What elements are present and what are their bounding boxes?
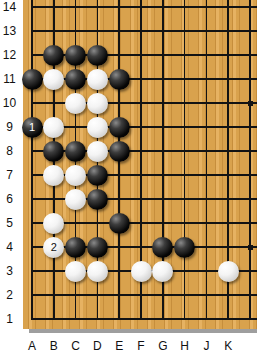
intersection-D8[interactable] <box>86 139 108 163</box>
intersection-E9[interactable] <box>108 115 130 139</box>
intersection-C14[interactable] <box>65 0 87 19</box>
intersection-F8[interactable] <box>130 139 152 163</box>
intersection-J6[interactable] <box>195 187 217 211</box>
intersection-L2[interactable] <box>239 283 257 307</box>
intersection-H6[interactable] <box>174 187 196 211</box>
intersection-F1[interactable] <box>130 307 152 331</box>
intersection-F12[interactable] <box>130 43 152 67</box>
intersection-B3[interactable] <box>43 259 65 283</box>
intersection-G6[interactable] <box>152 187 174 211</box>
intersection-C11[interactable] <box>65 67 87 91</box>
intersection-E8[interactable] <box>108 139 130 163</box>
column-label-E: E <box>110 340 128 353</box>
row-label-13: 13 <box>0 25 19 38</box>
intersection-G10[interactable] <box>152 91 174 115</box>
intersection-C13[interactable] <box>65 19 87 43</box>
intersection-A14[interactable] <box>21 0 43 19</box>
intersection-F14[interactable] <box>130 0 152 19</box>
row-label-11: 11 <box>0 73 19 86</box>
intersection-C9[interactable] <box>65 115 87 139</box>
row-label-5: 5 <box>0 217 19 230</box>
intersection-G12[interactable] <box>152 43 174 67</box>
intersection-E1[interactable] <box>108 307 130 331</box>
intersection-E10[interactable] <box>108 91 130 115</box>
intersection-A8[interactable] <box>21 139 43 163</box>
intersection-K12[interactable] <box>217 43 239 67</box>
row-label-9: 9 <box>0 121 19 134</box>
intersection-L3[interactable] <box>239 259 257 283</box>
intersection-C10[interactable] <box>65 91 87 115</box>
intersection-G1[interactable] <box>152 307 174 331</box>
intersection-C12[interactable] <box>65 43 87 67</box>
intersection-A12[interactable] <box>21 43 43 67</box>
column-label-K: K <box>219 340 237 353</box>
intersection-L9[interactable] <box>239 115 257 139</box>
intersection-F9[interactable] <box>130 115 152 139</box>
row-label-6: 6 <box>0 193 19 206</box>
intersection-D10[interactable] <box>86 91 108 115</box>
intersection-K9[interactable] <box>217 115 239 139</box>
intersection-K13[interactable] <box>217 19 239 43</box>
intersection-H13[interactable] <box>174 19 196 43</box>
intersection-B9[interactable] <box>43 115 65 139</box>
row-label-7: 7 <box>0 169 19 182</box>
go-diagram: 12 1413121110987654321 ABCDEFGHJK <box>0 0 257 356</box>
intersection-K4[interactable] <box>217 235 239 259</box>
intersection-J11[interactable] <box>195 67 217 91</box>
intersection-C2[interactable] <box>65 283 87 307</box>
intersection-H5[interactable] <box>174 211 196 235</box>
intersection-K14[interactable] <box>217 0 239 19</box>
intersection-F3[interactable] <box>130 259 152 283</box>
column-label-G: G <box>154 340 172 353</box>
intersection-B10[interactable] <box>43 91 65 115</box>
intersection-G7[interactable] <box>152 163 174 187</box>
intersection-A7[interactable] <box>21 163 43 187</box>
intersection-J2[interactable] <box>195 283 217 307</box>
intersection-F13[interactable] <box>130 19 152 43</box>
intersection-F2[interactable] <box>130 283 152 307</box>
intersection-K7[interactable] <box>217 163 239 187</box>
row-label-3: 3 <box>0 265 19 278</box>
intersection-F10[interactable] <box>130 91 152 115</box>
intersection-F6[interactable] <box>130 187 152 211</box>
intersection-C6[interactable] <box>65 187 87 211</box>
intersection-A4[interactable] <box>21 235 43 259</box>
intersection-grid <box>21 0 257 331</box>
intersection-E6[interactable] <box>108 187 130 211</box>
intersection-H1[interactable] <box>174 307 196 331</box>
column-label-H: H <box>176 340 194 353</box>
intersection-E2[interactable] <box>108 283 130 307</box>
intersection-D6[interactable] <box>86 187 108 211</box>
intersection-G11[interactable] <box>152 67 174 91</box>
intersection-C8[interactable] <box>65 139 87 163</box>
intersection-C1[interactable] <box>65 307 87 331</box>
intersection-J8[interactable] <box>195 139 217 163</box>
intersection-E4[interactable] <box>108 235 130 259</box>
intersection-B8[interactable] <box>43 139 65 163</box>
intersection-F4[interactable] <box>130 235 152 259</box>
intersection-H10[interactable] <box>174 91 196 115</box>
intersection-A5[interactable] <box>21 211 43 235</box>
intersection-H14[interactable] <box>174 0 196 19</box>
column-label-A: A <box>23 340 41 353</box>
intersection-D1[interactable] <box>86 307 108 331</box>
intersection-G3[interactable] <box>152 259 174 283</box>
intersection-G13[interactable] <box>152 19 174 43</box>
column-label-J: J <box>197 340 215 353</box>
intersection-B12[interactable] <box>43 43 65 67</box>
intersection-F11[interactable] <box>130 67 152 91</box>
intersection-L7[interactable] <box>239 163 257 187</box>
intersection-F5[interactable] <box>130 211 152 235</box>
intersection-L10[interactable] <box>239 91 257 115</box>
intersection-B13[interactable] <box>43 19 65 43</box>
intersection-L14[interactable] <box>239 0 257 19</box>
intersection-B11[interactable] <box>43 67 65 91</box>
intersection-D4[interactable] <box>86 235 108 259</box>
intersection-L12[interactable] <box>239 43 257 67</box>
intersection-J13[interactable] <box>195 19 217 43</box>
intersection-J14[interactable] <box>195 0 217 19</box>
intersection-J3[interactable] <box>195 259 217 283</box>
intersection-E5[interactable] <box>108 211 130 235</box>
intersection-E12[interactable] <box>108 43 130 67</box>
intersection-K10[interactable] <box>217 91 239 115</box>
intersection-B5[interactable] <box>43 211 65 235</box>
intersection-F7[interactable] <box>130 163 152 187</box>
row-label-2: 2 <box>0 289 19 302</box>
intersection-J7[interactable] <box>195 163 217 187</box>
column-label-B: B <box>45 340 63 353</box>
column-label-D: D <box>88 340 106 353</box>
intersection-E13[interactable] <box>108 19 130 43</box>
intersection-K2[interactable] <box>217 283 239 307</box>
intersection-G4[interactable] <box>152 235 174 259</box>
intersection-H3[interactable] <box>174 259 196 283</box>
intersection-E3[interactable] <box>108 259 130 283</box>
row-label-14: 14 <box>0 1 19 14</box>
intersection-G14[interactable] <box>152 0 174 19</box>
intersection-K6[interactable] <box>217 187 239 211</box>
row-label-12: 12 <box>0 49 19 62</box>
intersection-H7[interactable] <box>174 163 196 187</box>
intersection-C7[interactable] <box>65 163 87 187</box>
intersection-J4[interactable] <box>195 235 217 259</box>
intersection-D14[interactable] <box>86 0 108 19</box>
intersection-J5[interactable] <box>195 211 217 235</box>
intersection-J1[interactable] <box>195 307 217 331</box>
column-label-C: C <box>67 340 85 353</box>
intersection-L13[interactable] <box>239 19 257 43</box>
intersection-D11[interactable] <box>86 67 108 91</box>
intersection-A3[interactable] <box>21 259 43 283</box>
intersection-B7[interactable] <box>43 163 65 187</box>
intersection-H2[interactable] <box>174 283 196 307</box>
intersection-H12[interactable] <box>174 43 196 67</box>
intersection-A2[interactable] <box>21 283 43 307</box>
intersection-G9[interactable] <box>152 115 174 139</box>
intersection-D5[interactable] <box>86 211 108 235</box>
intersection-D9[interactable] <box>86 115 108 139</box>
column-label-F: F <box>132 340 150 353</box>
intersection-H11[interactable] <box>174 67 196 91</box>
intersection-L6[interactable] <box>239 187 257 211</box>
intersection-A13[interactable] <box>21 19 43 43</box>
intersection-J12[interactable] <box>195 43 217 67</box>
intersection-C4[interactable] <box>65 235 87 259</box>
intersection-A6[interactable] <box>21 187 43 211</box>
intersection-K5[interactable] <box>217 211 239 235</box>
intersection-D3[interactable] <box>86 259 108 283</box>
intersection-J9[interactable] <box>195 115 217 139</box>
intersection-H9[interactable] <box>174 115 196 139</box>
row-label-1: 1 <box>0 313 19 326</box>
intersection-L5[interactable] <box>239 211 257 235</box>
intersection-K8[interactable] <box>217 139 239 163</box>
intersection-L4[interactable] <box>239 235 257 259</box>
intersection-H8[interactable] <box>174 139 196 163</box>
row-label-4: 4 <box>0 241 19 254</box>
intersection-B6[interactable] <box>43 187 65 211</box>
row-label-10: 10 <box>0 97 19 110</box>
intersection-G2[interactable] <box>152 283 174 307</box>
intersection-L8[interactable] <box>239 139 257 163</box>
intersection-G5[interactable] <box>152 211 174 235</box>
intersection-B1[interactable] <box>43 307 65 331</box>
intersection-A1[interactable] <box>21 307 43 331</box>
intersection-K3[interactable] <box>217 259 239 283</box>
intersection-H4[interactable] <box>174 235 196 259</box>
intersection-B4[interactable] <box>43 235 65 259</box>
intersection-B2[interactable] <box>43 283 65 307</box>
intersection-C5[interactable] <box>65 211 87 235</box>
intersection-B14[interactable] <box>43 0 65 19</box>
intersection-A9[interactable] <box>21 115 43 139</box>
intersection-C3[interactable] <box>65 259 87 283</box>
intersection-D7[interactable] <box>86 163 108 187</box>
intersection-A11[interactable] <box>21 67 43 91</box>
intersection-D13[interactable] <box>86 19 108 43</box>
intersection-K11[interactable] <box>217 67 239 91</box>
row-label-8: 8 <box>0 145 19 158</box>
intersection-D12[interactable] <box>86 43 108 67</box>
intersection-D2[interactable] <box>86 283 108 307</box>
intersection-G8[interactable] <box>152 139 174 163</box>
intersection-E14[interactable] <box>108 0 130 19</box>
intersection-E7[interactable] <box>108 163 130 187</box>
intersection-J10[interactable] <box>195 91 217 115</box>
intersection-K1[interactable] <box>217 307 239 331</box>
intersection-L11[interactable] <box>239 67 257 91</box>
intersection-L1[interactable] <box>239 307 257 331</box>
intersection-A10[interactable] <box>21 91 43 115</box>
intersection-E11[interactable] <box>108 67 130 91</box>
